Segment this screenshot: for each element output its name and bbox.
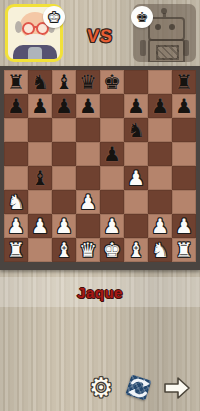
square-a6[interactable]: [4, 118, 28, 142]
human-avatar-body: [13, 45, 57, 61]
square-b2[interactable]: ♟: [28, 214, 52, 238]
black-king: ♚: [103, 70, 121, 94]
square-f8[interactable]: [124, 70, 148, 94]
square-e7[interactable]: [100, 94, 124, 118]
square-b1[interactable]: [28, 238, 52, 262]
gear-icon: ⚙: [89, 373, 113, 403]
square-a8[interactable]: ♜: [4, 70, 28, 94]
white-pawn: ♟: [127, 166, 145, 190]
white-rook: ♜: [7, 238, 25, 262]
square-b8[interactable]: ♞: [28, 70, 52, 94]
black-king-badge-icon: ♚: [131, 6, 153, 28]
black-queen: ♛: [79, 70, 97, 94]
square-d2[interactable]: [76, 214, 100, 238]
robot-avatar-head: [148, 17, 185, 41]
square-b3[interactable]: [28, 190, 52, 214]
board-frame: ♜♞♝♛♚♜♟♟♟♟♟♟♟♞♟♝♟♞♟♟♟♟♟♟♟♜♝♛♚♝♞♜: [0, 66, 200, 270]
next-button[interactable]: [162, 373, 192, 403]
white-pawn: ♟: [151, 214, 169, 238]
arrow-right-icon: [162, 374, 192, 402]
white-pawn: ♟: [31, 214, 49, 238]
square-c1[interactable]: ♝: [52, 238, 76, 262]
black-pawn: ♟: [55, 94, 73, 118]
check-status-text: Jaque: [77, 284, 123, 301]
square-f1[interactable]: ♝: [124, 238, 148, 262]
chess-app: ♚ VS ♚ ♜♞♝♛♚♜♟♟♟♟♟♟♟♞♟♝♟♞♟♟♟♟♟♟♟♜♝♛♚♝♞♜ …: [0, 0, 200, 411]
square-g1[interactable]: ♞: [148, 238, 172, 262]
square-e5[interactable]: ♟: [100, 142, 124, 166]
black-knight: ♞: [127, 118, 145, 142]
white-pawn: ♟: [103, 214, 121, 238]
square-g7[interactable]: ♟: [148, 94, 172, 118]
black-pawn: ♟: [103, 142, 121, 166]
square-d4[interactable]: [76, 166, 100, 190]
square-d8[interactable]: ♛: [76, 70, 100, 94]
square-c6[interactable]: [52, 118, 76, 142]
black-pawn: ♟: [79, 94, 97, 118]
square-e3[interactable]: [100, 190, 124, 214]
square-e2[interactable]: ♟: [100, 214, 124, 238]
white-knight: ♞: [7, 190, 25, 214]
square-e6[interactable]: [100, 118, 124, 142]
square-g5[interactable]: [148, 142, 172, 166]
square-a5[interactable]: [4, 142, 28, 166]
white-pawn: ♟: [79, 190, 97, 214]
status-band: Jaque: [0, 277, 200, 307]
square-a3[interactable]: ♞: [4, 190, 28, 214]
white-pawn: ♟: [55, 214, 73, 238]
square-b4[interactable]: ♝: [28, 166, 52, 190]
square-a4[interactable]: [4, 166, 28, 190]
square-c2[interactable]: ♟: [52, 214, 76, 238]
square-h8[interactable]: ♜: [172, 70, 196, 94]
square-h6[interactable]: [172, 118, 196, 142]
square-f4[interactable]: ♟: [124, 166, 148, 190]
square-e1[interactable]: ♚: [100, 238, 124, 262]
square-g8[interactable]: [148, 70, 172, 94]
black-pawn: ♟: [127, 94, 145, 118]
refresh-arrows-icon: [125, 374, 153, 402]
square-f6[interactable]: ♞: [124, 118, 148, 142]
white-pawn: ♟: [175, 214, 193, 238]
square-g3[interactable]: [148, 190, 172, 214]
square-c7[interactable]: ♟: [52, 94, 76, 118]
square-f7[interactable]: ♟: [124, 94, 148, 118]
white-knight: ♞: [151, 238, 169, 262]
restart-button[interactable]: [124, 373, 154, 403]
white-king-badge-icon: ♚: [43, 6, 65, 28]
square-d1[interactable]: ♛: [76, 238, 100, 262]
square-c4[interactable]: [52, 166, 76, 190]
black-knight: ♞: [31, 70, 49, 94]
square-b5[interactable]: [28, 142, 52, 166]
black-pawn: ♟: [151, 94, 169, 118]
square-c5[interactable]: [52, 142, 76, 166]
square-h5[interactable]: [172, 142, 196, 166]
square-f3[interactable]: [124, 190, 148, 214]
square-d3[interactable]: ♟: [76, 190, 100, 214]
robot-avatar-body: [148, 39, 185, 62]
black-pawn: ♟: [175, 94, 193, 118]
white-bishop: ♝: [55, 238, 73, 262]
black-bishop: ♝: [55, 70, 73, 94]
white-king: ♚: [103, 238, 121, 262]
square-h2[interactable]: ♟: [172, 214, 196, 238]
square-g2[interactable]: ♟: [148, 214, 172, 238]
square-a1[interactable]: ♜: [4, 238, 28, 262]
square-a7[interactable]: ♟: [4, 94, 28, 118]
white-pawn: ♟: [7, 214, 25, 238]
square-e8[interactable]: ♚: [100, 70, 124, 94]
square-d7[interactable]: ♟: [76, 94, 100, 118]
square-h1[interactable]: ♜: [172, 238, 196, 262]
white-queen: ♛: [79, 238, 97, 262]
square-c3[interactable]: [52, 190, 76, 214]
square-f2[interactable]: [124, 214, 148, 238]
square-g4[interactable]: [148, 166, 172, 190]
square-h3[interactable]: [172, 190, 196, 214]
square-f5[interactable]: [124, 142, 148, 166]
square-e4[interactable]: [100, 166, 124, 190]
black-pawn: ♟: [31, 94, 49, 118]
black-pawn: ♟: [7, 94, 25, 118]
square-d6[interactable]: [76, 118, 100, 142]
toolbar: ⚙: [86, 373, 192, 403]
settings-button[interactable]: ⚙: [86, 373, 116, 403]
square-d5[interactable]: [76, 142, 100, 166]
black-rook: ♜: [7, 70, 25, 94]
chess-board: ♜♞♝♛♚♜♟♟♟♟♟♟♟♞♟♝♟♞♟♟♟♟♟♟♟♜♝♛♚♝♞♜: [4, 70, 196, 262]
black-bishop: ♝: [31, 166, 49, 190]
square-g6[interactable]: [148, 118, 172, 142]
black-rook: ♜: [175, 70, 193, 94]
square-h7[interactable]: ♟: [172, 94, 196, 118]
white-bishop: ♝: [127, 238, 145, 262]
square-h4[interactable]: [172, 166, 196, 190]
square-b6[interactable]: [28, 118, 52, 142]
square-a2[interactable]: ♟: [4, 214, 28, 238]
square-b7[interactable]: ♟: [28, 94, 52, 118]
square-c8[interactable]: ♝: [52, 70, 76, 94]
white-rook: ♜: [175, 238, 193, 262]
